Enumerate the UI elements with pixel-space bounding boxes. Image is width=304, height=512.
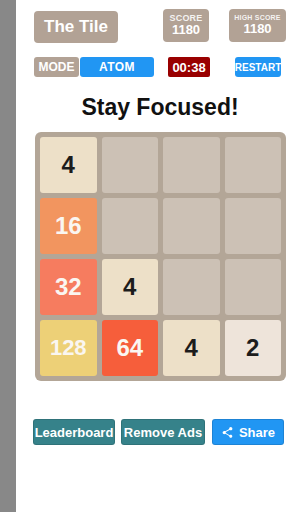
empty-cell-r1c3 bbox=[163, 137, 220, 193]
motivation-message: Stay Focused! bbox=[16, 94, 304, 121]
tile-64-r4c2: 64 bbox=[102, 320, 159, 376]
share-button[interactable]: Share bbox=[212, 419, 284, 445]
tile-32-r3c1: 32 bbox=[40, 259, 97, 315]
score-box: SCORE 1180 bbox=[163, 9, 209, 42]
board[interactable]: 4163241286442 bbox=[35, 132, 286, 381]
empty-cell-r1c2 bbox=[102, 137, 159, 193]
empty-cell-r3c4 bbox=[225, 259, 282, 315]
countdown-timer: 00:38 bbox=[168, 57, 210, 77]
tile-16-r2c1: 16 bbox=[40, 198, 97, 254]
app-title: The Tile bbox=[34, 11, 118, 43]
mode-selector[interactable]: ATOM bbox=[80, 57, 154, 77]
app-screen: The Tile SCORE 1180 HIGH SCORE 1180 MODE… bbox=[16, 0, 304, 512]
share-label: Share bbox=[239, 425, 275, 440]
mode-label: MODE bbox=[34, 57, 79, 77]
empty-cell-r2c3 bbox=[163, 198, 220, 254]
high-score-box: HIGH SCORE 1180 bbox=[229, 9, 286, 42]
share-icon bbox=[221, 426, 234, 439]
remove-ads-button[interactable]: Remove Ads bbox=[121, 419, 205, 445]
tile-4-r3c2: 4 bbox=[102, 259, 159, 315]
score-value: 1180 bbox=[172, 23, 200, 38]
empty-cell-r3c3 bbox=[163, 259, 220, 315]
empty-cell-r1c4 bbox=[225, 137, 282, 193]
restart-button[interactable]: RESTART bbox=[235, 57, 281, 77]
empty-cell-r2c4 bbox=[225, 198, 282, 254]
tile-2-r4c4: 2 bbox=[225, 320, 282, 376]
tile-4-r1c1: 4 bbox=[40, 137, 97, 193]
leaderboard-button[interactable]: Leaderboard bbox=[33, 419, 115, 445]
empty-cell-r2c2 bbox=[102, 198, 159, 254]
high-score-value: 1180 bbox=[243, 22, 271, 37]
tile-128-r4c1: 128 bbox=[40, 320, 97, 376]
tile-4-r4c3: 4 bbox=[163, 320, 220, 376]
